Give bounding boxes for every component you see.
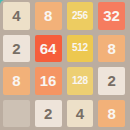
tile-4: 4 [67, 100, 94, 128]
2048-board[interactable]: 482563226451288161282248 [0, 0, 130, 130]
tile-256: 256 [67, 2, 94, 30]
tile-8: 8 [98, 100, 125, 128]
tile-2: 2 [98, 67, 125, 95]
empty-cell [3, 100, 30, 128]
tile-32: 32 [98, 2, 125, 30]
tile-8: 8 [98, 35, 125, 63]
tile-512: 512 [67, 35, 94, 63]
tile-2: 2 [3, 35, 30, 63]
tile-2: 2 [35, 100, 62, 128]
tile-8: 8 [3, 67, 30, 95]
tile-64: 64 [35, 35, 62, 63]
tile-4: 4 [3, 2, 30, 30]
tile-8: 8 [35, 2, 62, 30]
tile-128: 128 [67, 67, 94, 95]
tile-16: 16 [35, 67, 62, 95]
